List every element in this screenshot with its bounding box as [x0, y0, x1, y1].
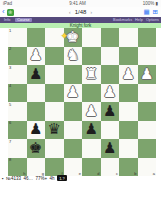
tab-info[interactable]: Info — [2, 18, 12, 22]
app-logo-icon[interactable]: ♔ — [7, 9, 14, 16]
piece-black-pawn[interactable]: ♟ — [101, 139, 120, 158]
square[interactable] — [27, 84, 46, 103]
theme-banner-label: Knight fork — [70, 23, 92, 28]
square[interactable]: a — [138, 158, 157, 177]
square[interactable]: 4 — [8, 84, 27, 103]
square[interactable]: ♟ — [101, 102, 120, 121]
square[interactable] — [27, 28, 46, 47]
square[interactable] — [82, 139, 101, 158]
board-grid-icon[interactable]: ▦ — [143, 9, 149, 16]
square[interactable]: g — [27, 158, 46, 177]
piece-black-king[interactable]: ♚ — [27, 139, 46, 158]
square[interactable]: ♟ — [119, 65, 138, 84]
square[interactable] — [119, 28, 138, 47]
square[interactable] — [119, 139, 138, 158]
app-screen: iPad 9:41 AM 100% ▮ ‹ ♔ ‹ 1/48 › ▦ ⊞ Inf… — [0, 0, 161, 215]
piece-black-pawn[interactable]: ♟ — [82, 121, 101, 140]
puzzle-info-bar: ▪ №4133 46… 77%+ 4h 1.? — [2, 175, 159, 181]
square[interactable]: ♚✦ — [64, 28, 83, 47]
piece-white-pawn[interactable]: ♟ — [82, 102, 101, 121]
hint-sparkle-icon: ✦ — [61, 32, 69, 41]
rank-label: 6 — [9, 121, 11, 125]
square[interactable] — [138, 84, 157, 103]
puzzle-id: №4133 — [6, 176, 21, 181]
success-rate: 77%+ — [35, 176, 47, 181]
square[interactable]: 3 — [8, 65, 27, 84]
square[interactable] — [138, 102, 157, 121]
rank-label: 1 — [9, 29, 11, 33]
square[interactable]: c — [101, 158, 120, 177]
square[interactable] — [138, 28, 157, 47]
square[interactable]: f — [45, 158, 64, 177]
square[interactable]: 8h — [8, 158, 27, 177]
piece-black-pawn[interactable]: ♟ — [27, 65, 46, 84]
square[interactable]: 5 — [8, 102, 27, 121]
square[interactable] — [45, 102, 64, 121]
square[interactable]: e — [64, 158, 83, 177]
square[interactable]: ♟ — [27, 121, 46, 140]
square[interactable]: ♟ — [101, 139, 120, 158]
status-time: 9:41 AM — [69, 1, 86, 6]
rank-label: 3 — [9, 66, 11, 70]
piece-black-pawn[interactable]: ♟ — [101, 102, 120, 121]
rank-label: 2 — [9, 47, 11, 51]
square[interactable] — [27, 102, 46, 121]
square[interactable] — [64, 102, 83, 121]
piece-white-pawn[interactable]: ♟ — [138, 65, 157, 84]
square[interactable] — [119, 84, 138, 103]
status-bar: iPad 9:41 AM 100% ▮ — [0, 0, 161, 7]
battery-indicator: 100% ▮ — [143, 1, 158, 6]
square[interactable] — [64, 121, 83, 140]
square[interactable] — [82, 47, 101, 66]
rank-label: 7 — [9, 140, 11, 144]
piece-white-rook[interactable]: ♜ — [82, 65, 101, 84]
square[interactable] — [119, 102, 138, 121]
square[interactable] — [138, 139, 157, 158]
square[interactable]: ♟ — [82, 102, 101, 121]
square[interactable]: d — [82, 158, 101, 177]
square[interactable] — [101, 65, 120, 84]
square[interactable] — [64, 139, 83, 158]
piece-white-pawn[interactable]: ♟ — [27, 47, 46, 66]
prev-puzzle-chevron-icon[interactable]: ‹ — [69, 9, 71, 15]
move-number: 46… — [23, 176, 33, 181]
nav-bar: ‹ ♔ ‹ 1/48 › ▦ ⊞ — [0, 7, 161, 17]
square[interactable]: ♟ — [138, 65, 157, 84]
puzzle-counter: ‹ 1/48 › — [0, 9, 161, 15]
square[interactable] — [119, 121, 138, 140]
square[interactable]: ♚ — [27, 139, 46, 158]
piece-white-pawn[interactable]: ♟ — [119, 65, 138, 84]
time-stat: 4h — [50, 176, 55, 181]
square[interactable]: ♟ — [82, 121, 101, 140]
piece-white-pawn[interactable]: ♟ — [101, 84, 120, 103]
square[interactable] — [45, 65, 64, 84]
square[interactable] — [119, 47, 138, 66]
chess-board[interactable]: 1♚✦2♟♞3♟♜♟♟4♟♟5♟♟6♟♛♟7♚♟8hgfedcba — [8, 28, 156, 176]
square[interactable] — [45, 139, 64, 158]
square[interactable]: 7 — [8, 139, 27, 158]
status-left: iPad — [3, 1, 12, 6]
puzzle-counter-label: 1/48 — [75, 9, 87, 15]
piece-black-queen[interactable]: ♛ — [45, 121, 64, 140]
square[interactable] — [101, 47, 120, 66]
rank-label: 5 — [9, 103, 11, 107]
square[interactable]: ♟ — [27, 47, 46, 66]
square[interactable] — [45, 84, 64, 103]
square[interactable]: 2 — [8, 47, 27, 66]
square[interactable] — [82, 28, 101, 47]
square[interactable] — [138, 47, 157, 66]
toolbar-item-help[interactable]: Help — [135, 18, 143, 22]
back-chevron-icon[interactable]: ‹ — [2, 8, 5, 16]
rank-label: 4 — [9, 84, 11, 88]
square[interactable]: ♟ — [101, 84, 120, 103]
square[interactable] — [64, 65, 83, 84]
toolbar-right-group: Bookmarks Help Options — [113, 18, 159, 22]
piece-white-knight[interactable]: ♞ — [64, 47, 83, 66]
square[interactable] — [138, 121, 157, 140]
square[interactable]: 1 — [8, 28, 27, 47]
toolbar-item-options[interactable]: Options — [146, 18, 159, 22]
piece-black-pawn[interactable]: ♟ — [27, 121, 46, 140]
piece-white-pawn[interactable]: ♟ — [64, 84, 83, 103]
rank-label: 8 — [9, 158, 11, 162]
nav-right-group: ▦ ⊞ — [143, 9, 161, 16]
settings-icon[interactable]: ⊞ — [153, 9, 158, 16]
square[interactable] — [82, 84, 101, 103]
square[interactable] — [101, 121, 120, 140]
square[interactable]: ♞ — [64, 47, 83, 66]
square[interactable]: ♟ — [64, 84, 83, 103]
toolbar-item-bookmarks[interactable]: Bookmarks — [113, 18, 132, 22]
side-to-move-dot: ▪ — [2, 176, 4, 181]
square[interactable] — [101, 28, 120, 47]
square[interactable]: ♛ — [45, 121, 64, 140]
nav-left-group: ‹ ♔ — [0, 8, 14, 16]
next-puzzle-chevron-icon[interactable]: › — [90, 9, 92, 15]
tab-course[interactable]: Course — [15, 18, 31, 22]
square[interactable]: 6 — [8, 121, 27, 140]
square[interactable]: b — [119, 158, 138, 177]
square[interactable] — [45, 47, 64, 66]
square[interactable]: ♜ — [82, 65, 101, 84]
move-prompt-badge: 1.? — [57, 175, 67, 181]
square[interactable]: ♟ — [27, 65, 46, 84]
